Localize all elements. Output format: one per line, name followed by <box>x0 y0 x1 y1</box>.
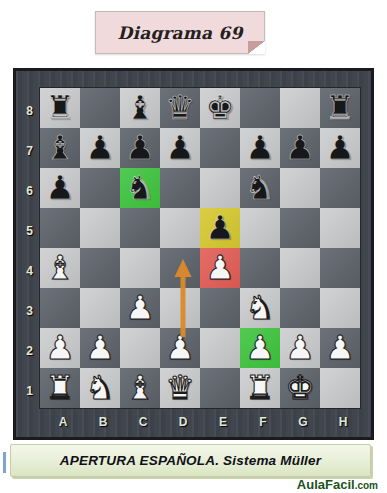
rank-label-2: 2 <box>19 331 40 371</box>
rank-label-3: 3 <box>19 291 40 331</box>
square-c6: ♞ <box>120 168 160 208</box>
square-h5 <box>320 208 360 248</box>
rank-labels: 87654321 <box>19 91 40 411</box>
square-d4 <box>160 248 200 288</box>
diagram-title: Diagrama 69 <box>118 23 243 43</box>
white-rook-f1: ♜ <box>245 368 275 408</box>
square-d1: ♛ <box>160 368 200 408</box>
file-label-f: F <box>243 411 283 433</box>
square-c7: ♟ <box>120 128 160 168</box>
square-c8: ♝ <box>120 88 160 128</box>
square-a7: ♝ <box>40 128 80 168</box>
rank-label-8: 8 <box>19 91 40 131</box>
square-e3 <box>200 288 240 328</box>
square-d3 <box>160 288 200 328</box>
white-knight-b1: ♞ <box>85 368 115 408</box>
square-e6 <box>200 168 240 208</box>
square-f3: ♞ <box>240 288 280 328</box>
square-f6: ♞ <box>240 168 280 208</box>
square-a1: ♜ <box>40 368 80 408</box>
square-a8: ♜ <box>40 88 80 128</box>
black-pawn-f7: ♟ <box>245 128 275 168</box>
square-f1: ♜ <box>240 368 280 408</box>
black-queen-d8: ♛ <box>165 88 195 128</box>
square-c1: ♝ <box>120 368 160 408</box>
file-label-a: A <box>43 411 83 433</box>
square-a6: ♟ <box>40 168 80 208</box>
diagram-number-note: Diagrama 69 <box>95 11 265 54</box>
square-g4 <box>280 248 320 288</box>
square-h2: ♟ <box>320 328 360 368</box>
black-bishop-a7: ♝ <box>45 128 75 168</box>
square-h8: ♜ <box>320 88 360 128</box>
white-pawn-f2: ♟ <box>245 328 275 368</box>
white-pawn-e4: ♟ <box>205 248 235 288</box>
white-pawn-b2: ♟ <box>85 328 115 368</box>
opening-caption: APERTURA ESPAÑOLA. Sistema Müller <box>10 444 371 477</box>
file-label-g: G <box>283 411 323 433</box>
white-pawn-d2: ♟ <box>165 328 195 368</box>
site-watermark[interactable]: AulaFacil.com <box>297 475 378 493</box>
square-f7: ♟ <box>240 128 280 168</box>
square-b2: ♟ <box>80 328 120 368</box>
file-label-d: D <box>163 411 203 433</box>
white-king-g1: ♚ <box>285 368 315 408</box>
square-a4: ♝ <box>40 248 80 288</box>
rank-label-5: 5 <box>19 211 40 251</box>
square-h1 <box>320 368 360 408</box>
white-pawn-h2: ♟ <box>325 328 355 368</box>
black-pawn-g7: ♟ <box>285 128 315 168</box>
file-labels: ABCDEFGH <box>43 411 363 433</box>
square-g2: ♟ <box>280 328 320 368</box>
rank-label-4: 4 <box>19 251 40 291</box>
square-g5 <box>280 208 320 248</box>
square-a5 <box>40 208 80 248</box>
watermark-name: AulaFacil <box>297 477 355 492</box>
square-e5: ♟ <box>200 208 240 248</box>
watermark-suffix: .com <box>355 480 378 491</box>
square-b1: ♞ <box>80 368 120 408</box>
square-d5 <box>160 208 200 248</box>
square-e8: ♚ <box>200 88 240 128</box>
square-f4 <box>240 248 280 288</box>
square-c3: ♟ <box>120 288 160 328</box>
black-pawn-b7: ♟ <box>85 128 115 168</box>
square-d8: ♛ <box>160 88 200 128</box>
square-g6 <box>280 168 320 208</box>
square-c4 <box>120 248 160 288</box>
square-h6 <box>320 168 360 208</box>
white-knight-f3: ♞ <box>245 288 275 328</box>
square-a3 <box>40 288 80 328</box>
black-king-e8: ♚ <box>205 88 235 128</box>
white-bishop-c1: ♝ <box>125 368 155 408</box>
black-bishop-c8: ♝ <box>125 88 155 128</box>
chess-board-frame: 87654321 ♜♝♛♚♜♝♟♟♟♟♟♟♟♞♞♟♝♟♟♞♟♟♟♟♟♟♜♞♝♛♜… <box>13 68 374 440</box>
folded-corner <box>248 41 265 54</box>
black-pawn-h7: ♟ <box>325 128 355 168</box>
black-pawn-c7: ♟ <box>125 128 155 168</box>
square-f8 <box>240 88 280 128</box>
square-d7: ♟ <box>160 128 200 168</box>
square-b5 <box>80 208 120 248</box>
square-b7: ♟ <box>80 128 120 168</box>
rank-label-7: 7 <box>19 131 40 171</box>
square-d6 <box>160 168 200 208</box>
white-rook-a1: ♜ <box>45 368 75 408</box>
square-g3 <box>280 288 320 328</box>
white-pawn-a2: ♟ <box>45 328 75 368</box>
opening-name: APERTURA ESPAÑOLA. Sistema Müller <box>60 453 321 468</box>
black-pawn-d7: ♟ <box>165 128 195 168</box>
file-label-b: B <box>83 411 123 433</box>
square-h4 <box>320 248 360 288</box>
rank-label-1: 1 <box>19 371 40 411</box>
square-g1: ♚ <box>280 368 320 408</box>
square-e4: ♟ <box>200 248 240 288</box>
text-cursor-artifact <box>3 452 6 473</box>
black-pawn-a6: ♟ <box>45 168 75 208</box>
black-pawn-e5: ♟ <box>205 208 235 248</box>
square-e7 <box>200 128 240 168</box>
square-b4 <box>80 248 120 288</box>
square-b3 <box>80 288 120 328</box>
square-b8 <box>80 88 120 128</box>
white-queen-d1: ♛ <box>165 368 195 408</box>
black-rook-h8: ♜ <box>325 88 355 128</box>
square-e2 <box>200 328 240 368</box>
square-c5 <box>120 208 160 248</box>
square-a2: ♟ <box>40 328 80 368</box>
file-label-e: E <box>203 411 243 433</box>
black-knight-f6: ♞ <box>245 168 275 208</box>
square-g7: ♟ <box>280 128 320 168</box>
square-h7: ♟ <box>320 128 360 168</box>
square-c2 <box>120 328 160 368</box>
rank-label-6: 6 <box>19 171 40 211</box>
square-h3 <box>320 288 360 328</box>
square-f2: ♟ <box>240 328 280 368</box>
chess-board: ♜♝♛♚♜♝♟♟♟♟♟♟♟♞♞♟♝♟♟♞♟♟♟♟♟♟♜♞♝♛♜♚ <box>40 88 360 408</box>
file-label-h: H <box>323 411 363 433</box>
white-pawn-g2: ♟ <box>285 328 315 368</box>
square-d2: ♟ <box>160 328 200 368</box>
square-g8 <box>280 88 320 128</box>
white-bishop-a4: ♝ <box>45 248 75 288</box>
black-knight-c6: ♞ <box>125 168 155 208</box>
black-rook-a8: ♜ <box>45 88 75 128</box>
square-b6 <box>80 168 120 208</box>
square-f5 <box>240 208 280 248</box>
white-pawn-c3: ♟ <box>125 288 155 328</box>
file-label-c: C <box>123 411 163 433</box>
square-e1 <box>200 368 240 408</box>
